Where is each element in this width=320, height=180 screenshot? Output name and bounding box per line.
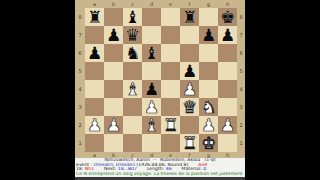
rank-label-2: 2 — [75, 116, 85, 134]
rank-label-3: 3 — [75, 98, 85, 116]
black-pawn: ♟ — [201, 27, 216, 44]
square-e6[interactable] — [161, 44, 180, 62]
black-pawn: ♟ — [106, 27, 121, 44]
square-e3[interactable] — [161, 98, 180, 116]
square-g6[interactable] — [199, 44, 218, 62]
black-pawn: ♟ — [182, 63, 197, 80]
square-h3[interactable] — [218, 98, 237, 116]
material-value: 0 — [203, 167, 206, 171]
square-d7[interactable] — [142, 26, 161, 44]
square-b3[interactable] — [104, 98, 123, 116]
white-pawn: ♟ — [106, 117, 121, 134]
rank-label-7: 7 — [237, 26, 245, 44]
next-move: 18...Bd7 — [118, 167, 137, 171]
white-pawn: ♟ — [87, 117, 102, 134]
current-move: Nh1 — [85, 167, 94, 171]
file-labels-top: abcdefgh — [85, 0, 237, 8]
square-a2[interactable]: ♟ — [85, 116, 104, 134]
move-number: 18. — [76, 167, 83, 171]
game-result: (1-0) — [205, 158, 216, 162]
square-d4[interactable]: ♟ — [142, 80, 161, 98]
square-a7[interactable] — [85, 26, 104, 44]
players-separator: -- — [153, 158, 156, 162]
square-c6[interactable]: ♞ — [123, 44, 142, 62]
square-h4[interactable] — [218, 80, 237, 98]
rank-label-1: 1 — [237, 134, 245, 152]
square-b2[interactable]: ♟ — [104, 116, 123, 134]
black-bishop: ♝ — [144, 45, 159, 62]
annotation-text: Ce N entreprend un long voyage. La fines… — [76, 172, 245, 176]
rank-label-6: 6 — [75, 44, 85, 62]
white-rook: ♜ — [182, 135, 197, 152]
white-queen: ♛ — [182, 99, 197, 116]
annotation-line: Ce N entreprend un long voyage. La fines… — [75, 172, 245, 177]
square-g8[interactable] — [199, 8, 218, 26]
length-value: 46 — [166, 167, 172, 171]
black-queen: ♛ — [125, 27, 140, 44]
square-d8[interactable] — [142, 8, 161, 26]
rank-label-8: 8 — [237, 8, 245, 26]
rank-label-2: 2 — [237, 116, 245, 134]
white-bishop: ♝ — [144, 117, 159, 134]
event-detail: (1926.04.06, Round 8) — [137, 163, 189, 167]
square-c2[interactable] — [123, 116, 142, 134]
square-c5[interactable] — [123, 62, 142, 80]
square-g4[interactable] — [199, 80, 218, 98]
white-pawn: ♟ — [220, 117, 235, 134]
square-e1[interactable] — [161, 134, 180, 152]
bottom-bar — [75, 177, 245, 180]
file-label-d: d — [142, 0, 161, 8]
game-info-panel: Nimzowitsch, Aaron -- Rubinstein, Akiba … — [75, 158, 245, 177]
square-d6[interactable]: ♝ — [142, 44, 161, 62]
rank-label-3: 3 — [237, 98, 245, 116]
square-g1[interactable]: ♚ — [199, 134, 218, 152]
square-d2[interactable]: ♝ — [142, 116, 161, 134]
black-pawn: ♟ — [220, 27, 235, 44]
square-f7[interactable] — [180, 26, 199, 44]
square-b7[interactable]: ♟ — [104, 26, 123, 44]
square-f3[interactable]: ♛ — [180, 98, 199, 116]
black-knight: ♞ — [125, 45, 140, 62]
square-e2[interactable]: ♜ — [161, 116, 180, 134]
black-player-name: Rubinstein, Akiba — [160, 158, 200, 162]
square-h2[interactable]: ♟ — [218, 116, 237, 134]
square-g3[interactable]: ♞ — [199, 98, 218, 116]
white-bishop: ♝ — [125, 81, 140, 98]
file-label-e: e — [161, 0, 180, 8]
rank-label-7: 7 — [75, 26, 85, 44]
square-e4[interactable] — [161, 80, 180, 98]
square-b4[interactable] — [104, 80, 123, 98]
square-b5[interactable] — [104, 62, 123, 80]
square-a6[interactable]: ♟ — [85, 44, 104, 62]
square-a3[interactable] — [85, 98, 104, 116]
file-label-b: b — [104, 0, 123, 8]
rank-label-4: 4 — [237, 80, 245, 98]
white-knight: ♞ — [201, 99, 216, 116]
square-c1[interactable] — [123, 134, 142, 152]
rank-label-4: 4 — [75, 80, 85, 98]
square-c8[interactable]: ♝ — [123, 8, 142, 26]
rank-labels-left: 87654321 — [75, 8, 85, 152]
white-pawn: ♟ — [144, 99, 159, 116]
square-a8[interactable]: ♜ — [85, 8, 104, 26]
rank-label-1: 1 — [75, 134, 85, 152]
square-g2[interactable]: ♟ — [199, 116, 218, 134]
white-player-name: Nimzowitsch, Aaron — [104, 158, 149, 162]
board: ♜♝♜♚♟♛♟♟♟♞♝♟♝♟♟♟♛♞♟♟♝♜♟♟♜♚ — [85, 8, 237, 152]
square-a1[interactable] — [85, 134, 104, 152]
black-bishop: ♝ — [125, 9, 140, 26]
black-rook: ♜ — [182, 9, 197, 26]
square-d1[interactable] — [142, 134, 161, 152]
white-king: ♚ — [201, 135, 216, 152]
square-e8[interactable] — [161, 8, 180, 26]
white-pawn: ♟ — [201, 117, 216, 134]
square-a4[interactable] — [85, 80, 104, 98]
square-h1[interactable] — [218, 134, 237, 152]
square-f6[interactable] — [180, 44, 199, 62]
event-value: Dresden; Dresden — [94, 163, 135, 167]
square-f8[interactable]: ♜ — [180, 8, 199, 26]
material-label: Material: — [182, 167, 202, 171]
square-d3[interactable]: ♟ — [142, 98, 161, 116]
square-c3[interactable] — [123, 98, 142, 116]
square-c4[interactable]: ♝ — [123, 80, 142, 98]
square-h6[interactable] — [218, 44, 237, 62]
chess-viewer: abcdefgh 87654321 87654321 ♜♝♜♚♟♛♟♟♟♞♝♟♝… — [75, 0, 245, 180]
black-pawn: ♟ — [144, 81, 159, 98]
square-h8[interactable]: ♚ — [218, 8, 237, 26]
square-g7[interactable]: ♟ — [199, 26, 218, 44]
black-king: ♚ — [220, 9, 235, 26]
rank-label-8: 8 — [75, 8, 85, 26]
rank-labels-right: 87654321 — [237, 8, 245, 152]
square-b1[interactable] — [104, 134, 123, 152]
length-label: Length: — [147, 167, 164, 171]
square-b6[interactable] — [104, 44, 123, 62]
black-rook: ♜ — [87, 9, 102, 26]
square-h7[interactable]: ♟ — [218, 26, 237, 44]
square-g5[interactable] — [199, 62, 218, 80]
square-f5[interactable]: ♟ — [180, 62, 199, 80]
square-c7[interactable]: ♛ — [123, 26, 142, 44]
square-b8[interactable] — [104, 8, 123, 26]
square-f4[interactable]: ♟ — [180, 80, 199, 98]
eco-code: A34 — [198, 163, 207, 167]
file-label-g: g — [199, 0, 218, 8]
next-label: Next: — [104, 167, 116, 171]
rank-label-5: 5 — [75, 62, 85, 80]
white-pawn: ♟ — [182, 81, 197, 98]
square-a5[interactable] — [85, 62, 104, 80]
square-f1[interactable]: ♜ — [180, 134, 199, 152]
square-h5[interactable] — [218, 62, 237, 80]
square-e7[interactable] — [161, 26, 180, 44]
square-e5[interactable] — [161, 62, 180, 80]
square-d5[interactable] — [142, 62, 161, 80]
rank-label-6: 6 — [237, 44, 245, 62]
event-label: Event : — [76, 163, 92, 167]
black-pawn: ♟ — [87, 45, 102, 62]
white-rook: ♜ — [163, 117, 178, 134]
square-f2[interactable] — [180, 116, 199, 134]
rank-label-5: 5 — [237, 62, 245, 80]
